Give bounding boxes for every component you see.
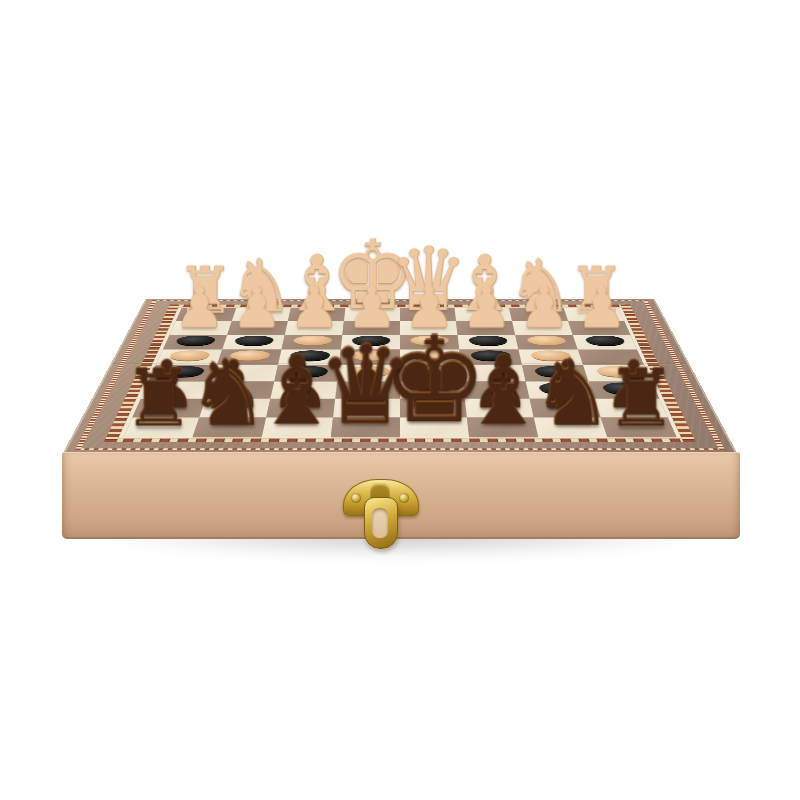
square-a1: ♜ (123, 417, 199, 437)
dark-queen: ♛ (317, 335, 414, 435)
square-g7: ♟ (512, 321, 573, 335)
square-f1: ♝ (467, 417, 538, 437)
square-h7: ♟ (568, 321, 630, 335)
clasp-loop (364, 497, 398, 549)
square-b7: ♟ (227, 321, 288, 335)
board-grid: ♜♞♝♚♛♝♞♜♟♟♟♟♟♟♟♟♟♟♟♟♟♟♟♟♜♞♝♛♚♝♞♜ (123, 308, 676, 437)
outer-inlay-strip-bottom (75, 448, 725, 450)
light-pawn: ♟ (576, 282, 627, 334)
dark-rook: ♜ (123, 362, 194, 435)
square-d1: ♛ (331, 417, 400, 437)
product-photo: ♜♞♝♚♛♝♞♜♟♟♟♟♟♟♟♟♟♟♟♟♟♟♟♟♜♞♝♛♚♝♞♜ (0, 0, 800, 800)
scene-3d: ♜♞♝♚♛♝♞♜♟♟♟♟♟♟♟♟♟♟♟♟♟♟♟♟♜♞♝♛♚♝♞♜ (0, 0, 800, 800)
clasp-loop-hole (372, 508, 388, 538)
square-a7: ♟ (170, 321, 232, 335)
mosaic-border-bottom (104, 439, 696, 443)
clasp-screw-right (399, 493, 409, 503)
light-pawn: ♟ (174, 282, 225, 334)
light-pawn: ♟ (231, 282, 282, 334)
dark-bishop: ♝ (461, 348, 546, 435)
clasp-screw-left (351, 493, 361, 503)
brass-clasp (343, 479, 417, 551)
square-h1: ♜ (601, 417, 677, 437)
board-top: ♜♞♝♚♛♝♞♜♟♟♟♟♟♟♟♟♟♟♟♟♟♟♟♟♜♞♝♛♚♝♞♜ (63, 299, 737, 454)
light-pawn: ♟ (518, 282, 569, 334)
dark-rook: ♜ (606, 362, 677, 435)
